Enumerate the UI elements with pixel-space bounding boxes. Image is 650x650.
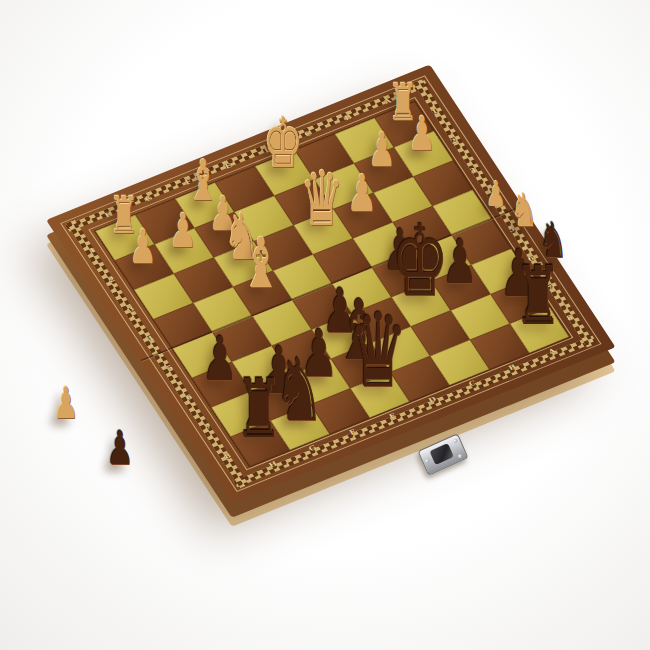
piece-white-king-d1[interactable]: ♚ xyxy=(263,109,304,178)
piece-white-pawn-a2[interactable]: ♟ xyxy=(408,110,436,157)
piece-black-rook-h8[interactable]: ♜ xyxy=(235,369,282,450)
screw-icon xyxy=(458,454,463,459)
latch-catch xyxy=(429,443,453,465)
piece-white-pawn-g2[interactable]: ♟ xyxy=(169,207,197,254)
piece-black-pawn-h6[interactable]: ♟ xyxy=(202,328,238,389)
piece-white-pawn-h2[interactable]: ♟ xyxy=(129,223,157,270)
piece-white-queen-d3[interactable]: ♛ xyxy=(300,162,344,238)
screw-icon xyxy=(425,458,430,463)
captured-black-pawn[interactable]: ♟ xyxy=(106,426,133,472)
captured-white-pawn[interactable]: ♟ xyxy=(53,381,79,425)
captured-white-knight[interactable]: ♞ xyxy=(510,188,537,234)
screw-icon xyxy=(453,438,458,443)
captured-white-pawn[interactable]: ♟ xyxy=(486,176,506,211)
piece-black-rook-a8[interactable]: ♜ xyxy=(514,256,561,337)
chess-set-photo: 1122334455667788HHGGFFEEDDCCBBAA ♜♚♝♜♟♟♟… xyxy=(0,0,650,650)
piece-white-pawn-c3[interactable]: ♟ xyxy=(347,168,377,219)
piece-white-bishop-f4[interactable]: ♝ xyxy=(241,229,282,298)
piece-black-queen-e8[interactable]: ♛ xyxy=(348,300,408,402)
